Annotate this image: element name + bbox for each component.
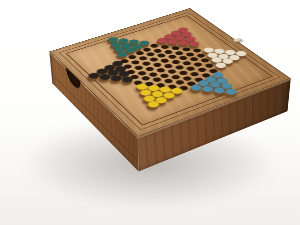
- peg-yellow: ●: [146, 99, 161, 108]
- product-photo-scene: ●●●●●●●●●●●●●●●●●●●●●●●●●●●●●●●●●●●●●●●●…: [0, 0, 300, 225]
- star-field: ●●●●●●●●●●●●●●●●●●●●●●●●●●●●●●●●●●●●●●●●…: [74, 22, 250, 115]
- peg-blue: ●: [224, 87, 238, 96]
